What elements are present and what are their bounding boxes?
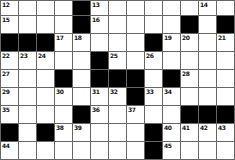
white-cell-r7c4[interactable]	[55, 106, 73, 124]
black-cell-r5c7	[109, 70, 127, 88]
white-cell-r1c10[interactable]	[163, 1, 181, 16]
white-cell-r2c10[interactable]	[163, 16, 181, 34]
black-cell-r9c9	[145, 142, 163, 160]
black-cell-r8c9	[145, 124, 163, 142]
white-cell-r4c7[interactable]: 25	[109, 52, 127, 70]
white-cell-r7c8[interactable]: 37	[127, 106, 145, 124]
white-cell-r1c13[interactable]	[217, 1, 235, 16]
clue-number-41: 41	[182, 124, 189, 131]
black-cell-r4c6	[91, 52, 109, 70]
white-cell-r2c6[interactable]: 16	[91, 16, 109, 34]
black-cell-r7c12	[199, 106, 217, 124]
white-cell-r8c8[interactable]	[127, 124, 145, 142]
white-cell-r2c12[interactable]	[199, 16, 217, 34]
white-cell-r1c9[interactable]	[145, 1, 163, 16]
white-cell-r5c3[interactable]	[37, 70, 55, 88]
white-cell-r5c1[interactable]: 27	[1, 70, 19, 88]
black-cell-r6c8	[127, 88, 145, 106]
black-cell-r5c10	[163, 70, 181, 88]
white-cell-r9c8[interactable]	[127, 142, 145, 160]
white-cell-r6c10[interactable]: 34	[163, 88, 181, 106]
clue-number-19: 19	[164, 34, 171, 41]
black-cell-r2c11	[181, 16, 199, 34]
clue-number-18: 18	[74, 34, 81, 41]
white-cell-r8c6[interactable]	[91, 124, 109, 142]
clue-number-32: 32	[110, 88, 117, 95]
white-cell-r7c10[interactable]	[163, 106, 181, 124]
clue-number-16: 16	[92, 16, 99, 23]
white-cell-r4c8[interactable]	[127, 52, 145, 70]
white-cell-r9c3[interactable]	[37, 142, 55, 160]
white-cell-r5c11[interactable]: 28	[181, 70, 199, 88]
white-cell-r9c6[interactable]	[91, 142, 109, 160]
white-cell-r9c10[interactable]: 45	[163, 142, 181, 160]
clue-number-35: 35	[2, 106, 9, 113]
white-cell-r7c2[interactable]	[19, 106, 37, 124]
white-cell-r2c7[interactable]	[109, 16, 127, 34]
black-cell-r3c3	[37, 34, 55, 52]
white-cell-r4c10[interactable]	[163, 52, 181, 70]
clue-number-33: 33	[146, 88, 153, 95]
clue-number-22: 22	[2, 52, 9, 59]
white-cell-r3c10[interactable]: 19	[163, 34, 181, 52]
white-cell-r5c13[interactable]	[217, 70, 235, 88]
white-cell-r2c4[interactable]	[55, 16, 73, 34]
clue-number-15: 15	[2, 16, 9, 23]
white-cell-r9c13[interactable]	[217, 142, 235, 160]
white-cell-r7c3[interactable]	[37, 106, 55, 124]
white-cell-r1c8[interactable]	[127, 1, 145, 16]
white-cell-r7c6[interactable]: 36	[91, 106, 109, 124]
black-cell-r7c5	[73, 106, 91, 124]
white-cell-r9c2[interactable]	[19, 142, 37, 160]
white-cell-r3c5[interactable]: 18	[73, 34, 91, 52]
clue-number-31: 31	[92, 88, 99, 95]
black-cell-r3c2	[19, 34, 37, 52]
white-cell-r8c2[interactable]	[19, 124, 37, 142]
white-cell-r6c13[interactable]	[217, 88, 235, 106]
white-cell-r7c1[interactable]: 35	[1, 106, 19, 124]
white-cell-r2c8[interactable]	[127, 16, 145, 34]
white-cell-r9c5[interactable]	[73, 142, 91, 160]
white-cell-r8c5[interactable]: 39	[73, 124, 91, 142]
white-cell-r3c6[interactable]	[91, 34, 109, 52]
white-cell-r6c5[interactable]	[73, 88, 91, 106]
clue-number-38: 38	[56, 124, 63, 131]
white-cell-r6c2[interactable]	[19, 88, 37, 106]
white-cell-r6c3[interactable]	[37, 88, 55, 106]
clue-number-39: 39	[74, 124, 81, 131]
white-cell-r7c9[interactable]	[145, 106, 163, 124]
white-cell-r4c13[interactable]	[217, 52, 235, 70]
black-cell-r5c4	[55, 70, 73, 88]
clue-number-28: 28	[182, 70, 189, 77]
white-cell-r4c12[interactable]	[199, 52, 217, 70]
white-cell-r1c4[interactable]	[55, 1, 73, 16]
clue-number-30: 30	[56, 88, 63, 95]
black-cell-r3c1	[1, 34, 19, 52]
clue-number-42: 42	[200, 124, 207, 131]
white-cell-r6c6[interactable]: 31	[91, 88, 109, 106]
black-cell-r8c3	[37, 124, 55, 142]
white-cell-r4c5[interactable]	[73, 52, 91, 70]
white-cell-r5c5[interactable]	[73, 70, 91, 88]
white-cell-r3c4[interactable]: 17	[55, 34, 73, 52]
white-cell-r8c11[interactable]: 41	[181, 124, 199, 142]
white-cell-r8c7[interactable]	[109, 124, 127, 142]
clue-number-29: 29	[2, 88, 9, 95]
white-cell-r6c12[interactable]	[199, 88, 217, 106]
white-cell-r9c11[interactable]	[181, 142, 199, 160]
white-cell-r9c12[interactable]	[199, 142, 217, 160]
white-cell-r5c12[interactable]	[199, 70, 217, 88]
clue-number-44: 44	[2, 142, 9, 149]
clue-number-34: 34	[164, 88, 171, 95]
white-cell-r1c7[interactable]	[109, 1, 127, 16]
white-cell-r3c11[interactable]: 20	[181, 34, 199, 52]
white-cell-r9c7[interactable]	[109, 142, 127, 160]
white-cell-r3c13[interactable]: 21	[217, 34, 235, 52]
clue-number-40: 40	[164, 124, 171, 131]
black-cell-r1c5	[73, 1, 91, 16]
white-cell-r6c1[interactable]: 29	[1, 88, 19, 106]
white-cell-r6c7[interactable]: 32	[109, 88, 127, 106]
white-cell-r4c1[interactable]: 22	[1, 52, 19, 70]
clue-number-26: 26	[146, 52, 153, 59]
white-cell-r8c12[interactable]: 42	[199, 124, 217, 142]
clue-number-20: 20	[182, 34, 189, 41]
clue-number-13: 13	[92, 1, 99, 8]
white-cell-r3c12[interactable]	[199, 34, 217, 52]
black-cell-r8c1	[1, 124, 19, 142]
clue-number-27: 27	[2, 70, 9, 77]
white-cell-r2c2[interactable]	[19, 16, 37, 34]
white-cell-r9c4[interactable]	[55, 142, 73, 160]
white-cell-r3c8[interactable]	[127, 34, 145, 52]
white-cell-r1c12[interactable]: 14	[199, 1, 217, 16]
white-cell-r6c11[interactable]	[181, 88, 199, 106]
white-cell-r4c2[interactable]: 23	[19, 52, 37, 70]
white-cell-r2c3[interactable]	[37, 16, 55, 34]
white-cell-r2c9[interactable]	[145, 16, 163, 34]
black-cell-r2c13	[217, 16, 235, 34]
clue-number-24: 24	[38, 52, 45, 59]
black-cell-r3c9	[145, 34, 163, 52]
black-cell-r7c13	[217, 106, 235, 124]
clue-number-45: 45	[164, 142, 171, 149]
white-cell-r8c10[interactable]: 40	[163, 124, 181, 142]
clue-number-43: 43	[218, 124, 225, 131]
white-cell-r5c2[interactable]	[19, 70, 37, 88]
white-cell-r6c4[interactable]: 30	[55, 88, 73, 106]
white-cell-r6c9[interactable]: 33	[145, 88, 163, 106]
white-cell-r4c11[interactable]	[181, 52, 199, 70]
white-cell-r7c7[interactable]	[109, 106, 127, 124]
white-cell-r8c13[interactable]: 43	[217, 124, 235, 142]
white-cell-r3c7[interactable]	[109, 34, 127, 52]
white-cell-r1c6[interactable]: 13	[91, 1, 109, 16]
white-cell-r4c3[interactable]: 24	[37, 52, 55, 70]
white-cell-r1c11[interactable]	[181, 1, 199, 16]
white-cell-r1c2[interactable]	[19, 1, 37, 16]
clue-number-37: 37	[128, 106, 135, 113]
black-cell-r5c6	[91, 70, 109, 88]
black-cell-r5c8	[127, 70, 145, 88]
white-cell-r4c4[interactable]	[55, 52, 73, 70]
crossword-grid: 1213141516171819202122232425262728293031…	[0, 0, 235, 160]
clue-number-23: 23	[20, 52, 27, 59]
white-cell-r9c1[interactable]: 44	[1, 142, 19, 160]
clue-number-25: 25	[110, 52, 117, 59]
white-cell-r5c9[interactable]	[145, 70, 163, 88]
black-cell-r7c11	[181, 106, 199, 124]
black-cell-r2c5	[73, 16, 91, 34]
white-cell-r1c1[interactable]: 12	[1, 1, 19, 16]
white-cell-r8c4[interactable]: 38	[55, 124, 73, 142]
clue-number-14: 14	[200, 1, 207, 8]
clue-number-21: 21	[218, 34, 225, 41]
white-cell-r2c1[interactable]: 15	[1, 16, 19, 34]
clue-number-12: 12	[2, 1, 9, 8]
white-cell-r4c9[interactable]: 26	[145, 52, 163, 70]
clue-number-36: 36	[92, 106, 99, 113]
white-cell-r1c3[interactable]	[37, 1, 55, 16]
clue-number-17: 17	[56, 34, 63, 41]
